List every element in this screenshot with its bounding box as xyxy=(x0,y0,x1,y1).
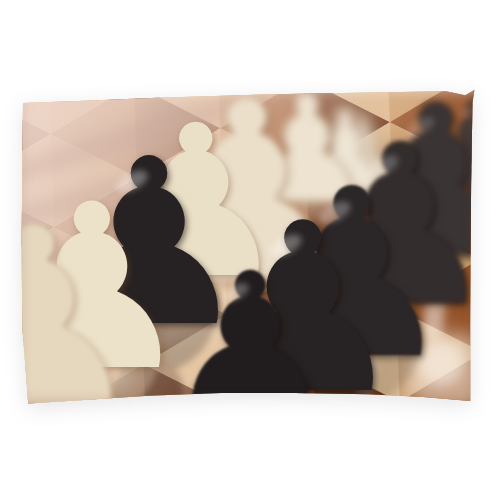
product-page-background: ♟♟♟♟♟♟♟♟♟♟♟♟♟♟♟♟♟♟♟♟♟ xyxy=(0,0,500,500)
board-square-light xyxy=(476,116,478,209)
pillowcase-product-image[interactable]: ♟♟♟♟♟♟♟♟♟♟♟♟♟♟♟♟♟♟♟♟♟ xyxy=(20,88,478,406)
board-square-light xyxy=(316,402,478,406)
board-square-dark xyxy=(20,88,47,90)
chess-pawn-black: ♟ xyxy=(154,248,346,406)
pieces-layer: ♟♟♟♟♟♟♟♟♟♟♟♟♟♟♟♟♟♟♟♟♟ xyxy=(20,88,478,406)
pillowcase-shadow-wrap: ♟♟♟♟♟♟♟♟♟♟♟♟♟♟♟♟♟♟♟♟♟ xyxy=(20,88,478,406)
chess-photo-print: ♟♟♟♟♟♟♟♟♟♟♟♟♟♟♟♟♟♟♟♟♟ xyxy=(20,88,478,406)
chess-pawn-white: ♟ xyxy=(20,194,163,406)
